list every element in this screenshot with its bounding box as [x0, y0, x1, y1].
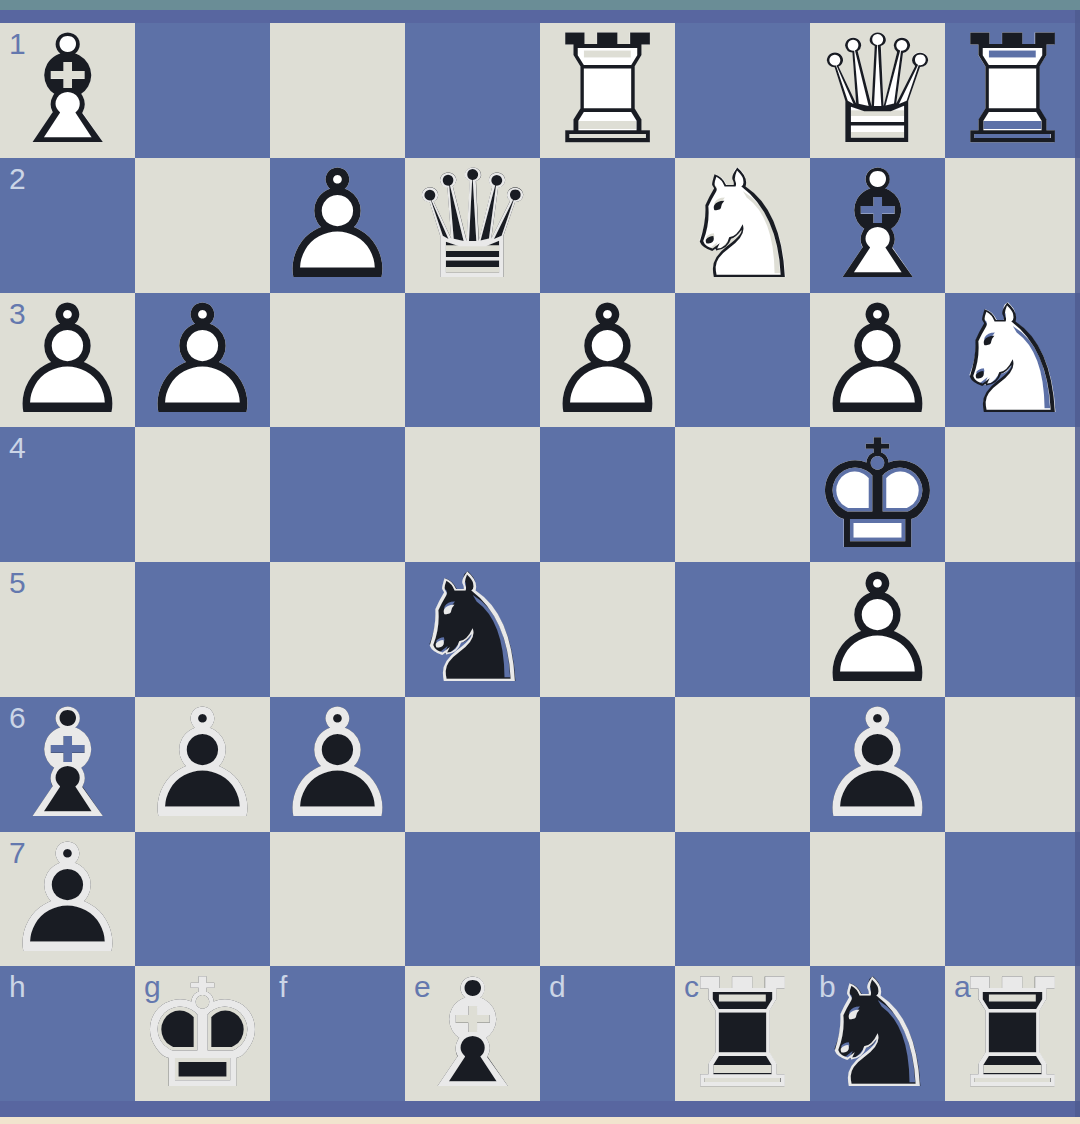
square-a6[interactable]	[945, 697, 1080, 832]
square-g3[interactable]: ♟♙	[135, 293, 270, 428]
square-d1[interactable]: ♜♖	[540, 23, 675, 158]
piece-outline-glyph: ♖	[675, 966, 810, 1101]
square-h1[interactable]: 1♝♗	[0, 23, 135, 158]
square-h3[interactable]: 3♟♙	[0, 293, 135, 428]
file-label-f: f	[279, 972, 287, 1002]
black-rook-a8[interactable]: ♜♖	[945, 966, 1080, 1101]
square-a8[interactable]: a♜♖	[945, 966, 1080, 1101]
screen-right-edge	[1075, 10, 1080, 1117]
board-bottom-margin	[0, 1101, 1080, 1117]
square-a1[interactable]: ♜♖	[945, 23, 1080, 158]
square-c6[interactable]	[675, 697, 810, 832]
piece-outline-glyph: ♔	[135, 966, 270, 1101]
white-pawn-h3[interactable]: ♟♙	[0, 293, 135, 428]
white-bishop-h1[interactable]: ♝♗	[0, 23, 135, 158]
piece-outline-glyph: ♙	[540, 293, 675, 428]
square-g4[interactable]	[135, 427, 270, 562]
square-a4[interactable]	[945, 427, 1080, 562]
piece-outline-glyph: ♕	[405, 158, 540, 293]
piece-outline-glyph: ♖	[945, 23, 1080, 158]
black-knight-b8[interactable]: ♞♘	[810, 966, 945, 1101]
piece-outline-glyph: ♗	[405, 966, 540, 1101]
square-c4[interactable]	[675, 427, 810, 562]
piece-outline-glyph: ♙	[0, 293, 135, 428]
rank-label-4: 4	[9, 433, 26, 463]
square-g6[interactable]: ♟♙	[135, 697, 270, 832]
square-h4[interactable]: 4	[0, 427, 135, 562]
black-pawn-h7[interactable]: ♟♙	[0, 832, 135, 967]
piece-outline-glyph: ♗	[0, 23, 135, 158]
file-label-h: h	[9, 972, 26, 1002]
square-f8[interactable]: f	[270, 966, 405, 1101]
black-queen-e2[interactable]: ♛♕	[405, 158, 540, 293]
square-d6[interactable]	[540, 697, 675, 832]
white-rook-a1[interactable]: ♜♖	[945, 23, 1080, 158]
piece-outline-glyph: ♖	[540, 23, 675, 158]
black-pawn-g6[interactable]: ♟♙	[135, 697, 270, 832]
black-king-g8[interactable]: ♚♔	[135, 966, 270, 1101]
square-f6[interactable]: ♟♙	[270, 697, 405, 832]
black-rook-c8[interactable]: ♜♖	[675, 966, 810, 1101]
bottom-bar	[0, 1117, 1080, 1124]
square-e2[interactable]: ♛♕	[405, 158, 540, 293]
square-e6[interactable]	[405, 697, 540, 832]
piece-outline-glyph: ♘	[945, 293, 1080, 428]
rank-label-5: 5	[9, 568, 26, 598]
piece-outline-glyph: ♙	[270, 697, 405, 832]
piece-outline-glyph: ♘	[810, 966, 945, 1101]
square-d8[interactable]: d	[540, 966, 675, 1101]
rank-label-2: 2	[9, 164, 26, 194]
square-c3[interactable]	[675, 293, 810, 428]
square-e3[interactable]	[405, 293, 540, 428]
square-b6[interactable]: ♟♙	[810, 697, 945, 832]
piece-outline-glyph: ♙	[810, 697, 945, 832]
white-pawn-f2[interactable]: ♟♙	[270, 158, 405, 293]
square-a5[interactable]	[945, 562, 1080, 697]
square-e5[interactable]: ♞♘	[405, 562, 540, 697]
square-d7[interactable]	[540, 832, 675, 967]
chess-board: 1♝♗♜♖♛♕♜♖2♟♙♛♕♞♘♝♗3♟♙♟♙♟♙♟♙♞♘4♚♔5♞♘♟♙6♝♗…	[0, 23, 1080, 1101]
square-e8[interactable]: e♝♗	[405, 966, 540, 1101]
piece-outline-glyph: ♙	[135, 697, 270, 832]
white-pawn-g3[interactable]: ♟♙	[135, 293, 270, 428]
piece-outline-glyph: ♘	[675, 158, 810, 293]
piece-outline-glyph: ♘	[405, 562, 540, 697]
piece-outline-glyph: ♙	[135, 293, 270, 428]
square-d4[interactable]	[540, 427, 675, 562]
white-rook-d1[interactable]: ♜♖	[540, 23, 675, 158]
square-c5[interactable]	[675, 562, 810, 697]
square-c8[interactable]: c♜♖	[675, 966, 810, 1101]
square-d3[interactable]: ♟♙	[540, 293, 675, 428]
square-h8[interactable]: h	[0, 966, 135, 1101]
square-c2[interactable]: ♞♘	[675, 158, 810, 293]
black-bishop-e8[interactable]: ♝♗	[405, 966, 540, 1101]
square-d5[interactable]	[540, 562, 675, 697]
black-pawn-b6[interactable]: ♟♙	[810, 697, 945, 832]
black-pawn-f6[interactable]: ♟♙	[270, 697, 405, 832]
piece-outline-glyph: ♙	[0, 832, 135, 967]
square-f4[interactable]	[270, 427, 405, 562]
black-knight-e5[interactable]: ♞♘	[405, 562, 540, 697]
piece-outline-glyph: ♖	[945, 966, 1080, 1101]
square-b8[interactable]: b♞♘	[810, 966, 945, 1101]
white-pawn-d3[interactable]: ♟♙	[540, 293, 675, 428]
file-label-d: d	[549, 972, 566, 1002]
square-g8[interactable]: g♚♔	[135, 966, 270, 1101]
square-g1[interactable]	[135, 23, 270, 158]
piece-outline-glyph: ♙	[270, 158, 405, 293]
square-a3[interactable]: ♞♘	[945, 293, 1080, 428]
square-f7[interactable]	[270, 832, 405, 967]
white-knight-c2[interactable]: ♞♘	[675, 158, 810, 293]
square-f3[interactable]	[270, 293, 405, 428]
square-f2[interactable]: ♟♙	[270, 158, 405, 293]
square-h7[interactable]: 7♟♙	[0, 832, 135, 967]
white-knight-a3[interactable]: ♞♘	[945, 293, 1080, 428]
